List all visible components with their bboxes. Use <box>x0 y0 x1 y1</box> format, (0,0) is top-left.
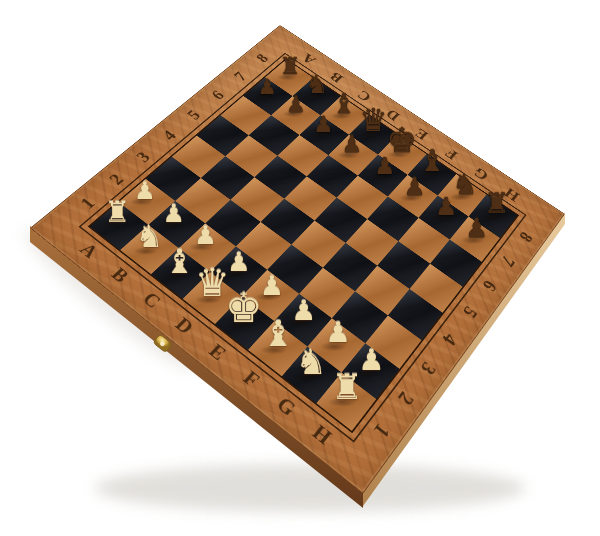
white-rook-a1[interactable]: ♜ <box>104 198 130 227</box>
ground-shadow <box>95 464 525 512</box>
black-pawn-d7[interactable]: ♟ <box>341 134 361 157</box>
white-pawn-e2[interactable]: ♟ <box>260 272 284 299</box>
white-pawn-b2[interactable]: ♟ <box>162 202 184 227</box>
black-queen-d8[interactable]: ♛ <box>359 105 387 137</box>
black-pawn-a7[interactable]: ♟ <box>258 76 277 97</box>
white-rook-h1[interactable]: ♜ <box>331 370 362 405</box>
white-knight-b1[interactable]: ♞ <box>136 223 163 254</box>
black-bishop-f8[interactable]: ♝ <box>419 146 446 176</box>
white-pawn-d2[interactable]: ♟ <box>227 249 251 275</box>
black-bishop-c8[interactable]: ♝ <box>332 90 357 117</box>
white-king-e1[interactable]: ♚ <box>225 287 263 329</box>
white-pawn-c2[interactable]: ♟ <box>194 223 217 249</box>
white-bishop-f1[interactable]: ♝ <box>262 316 295 352</box>
black-knight-b8[interactable]: ♞ <box>306 73 328 98</box>
black-pawn-e7[interactable]: ♟ <box>375 154 396 177</box>
black-pawn-f7[interactable]: ♟ <box>404 175 426 199</box>
white-knight-g1[interactable]: ♞ <box>295 344 326 379</box>
white-pawn-f2[interactable]: ♟ <box>291 297 316 325</box>
white-bishop-c1[interactable]: ♝ <box>164 245 194 279</box>
white-pawn-g2[interactable]: ♟ <box>325 320 351 349</box>
white-pawn-a2[interactable]: ♟ <box>134 179 156 203</box>
black-pawn-c7[interactable]: ♟ <box>314 113 334 135</box>
chess-set-photo: 87654321 ABCDEFGH ABCDEFGH 87654321 ♜♞♝♛… <box>0 0 600 536</box>
black-pawn-h7[interactable]: ♟ <box>465 217 488 242</box>
black-rook-a8[interactable]: ♜ <box>280 55 301 79</box>
black-pawn-g7[interactable]: ♟ <box>435 195 457 220</box>
black-pawn-b7[interactable]: ♟ <box>286 94 305 116</box>
